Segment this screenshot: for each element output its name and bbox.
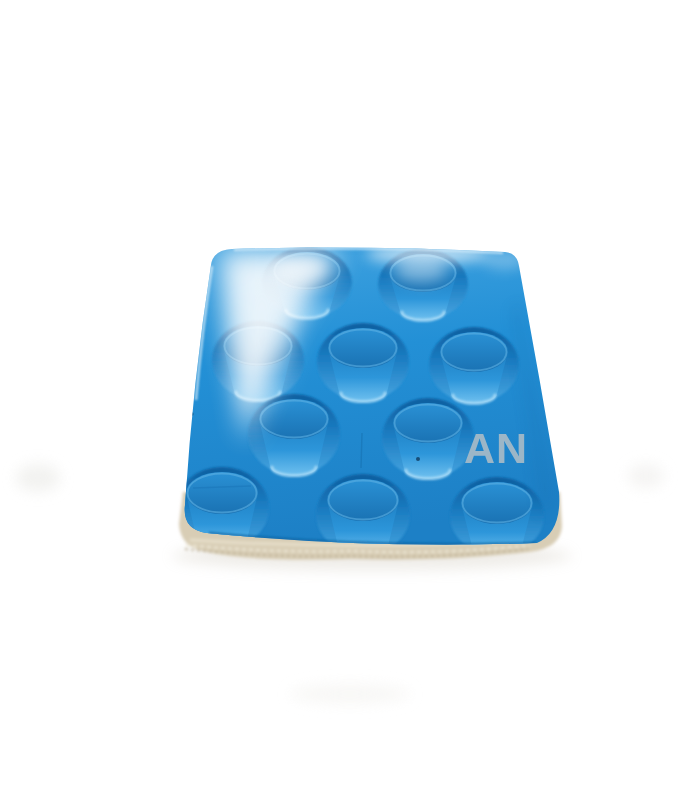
stud bbox=[382, 398, 474, 479]
photo-illustration bbox=[0, 0, 700, 800]
watermark: AN bbox=[464, 427, 528, 470]
stud bbox=[248, 394, 340, 476]
stud bbox=[317, 323, 409, 402]
stud bbox=[429, 327, 519, 403]
product-photo: AN bbox=[0, 0, 700, 800]
